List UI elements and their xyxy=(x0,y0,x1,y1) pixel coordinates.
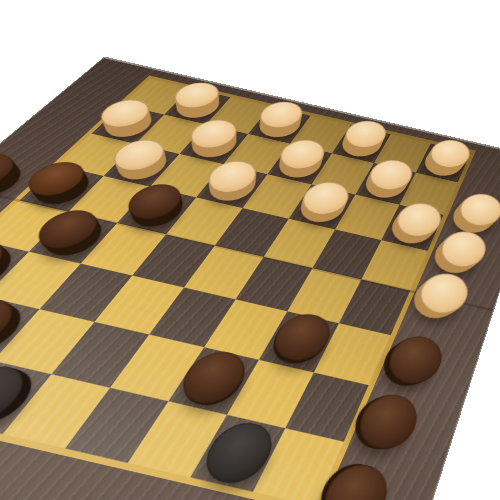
spare-piece-light-right-3[interactable] xyxy=(407,276,465,323)
spare-piece-dark-right-5[interactable] xyxy=(346,392,417,454)
spare-piece-dark-right-4[interactable] xyxy=(376,336,440,391)
spare-piece-dark-left-1[interactable] xyxy=(0,160,32,201)
piece-light-h1[interactable] xyxy=(419,146,467,180)
piece-light-d3[interactable] xyxy=(201,167,264,206)
spare-piece-light-right-2[interactable] xyxy=(428,235,482,278)
piece-dark-b7[interactable] xyxy=(0,300,34,357)
spare-piece-light-right-1[interactable] xyxy=(447,198,497,237)
piece-dark-f7[interactable] xyxy=(174,351,254,410)
piece-light-d1[interactable] xyxy=(252,109,307,142)
piece-light-b1[interactable] xyxy=(168,90,226,122)
piece-dark-b5[interactable] xyxy=(35,215,113,261)
piece-light-e2[interactable] xyxy=(272,146,329,182)
piece-light-f3[interactable] xyxy=(293,187,352,227)
piece-light-c2[interactable] xyxy=(184,127,244,162)
piece-light-b3[interactable] xyxy=(108,146,175,184)
piece-dark-g8[interactable] xyxy=(196,419,280,487)
board xyxy=(0,57,500,500)
piece-light-f1[interactable] xyxy=(336,127,388,160)
piece-light-h3[interactable] xyxy=(385,207,440,248)
piece-dark-c8[interactable] xyxy=(0,365,45,429)
pieces-layer xyxy=(0,58,500,500)
piece-light-g2[interactable] xyxy=(359,165,412,202)
piece-light-a2[interactable] xyxy=(96,107,160,141)
piece-dark-a4[interactable] xyxy=(25,168,99,209)
checkers-box-photo xyxy=(0,0,500,500)
spare-piece-dark-right-6[interactable] xyxy=(311,459,389,500)
piece-dark-g6[interactable] xyxy=(264,315,334,369)
